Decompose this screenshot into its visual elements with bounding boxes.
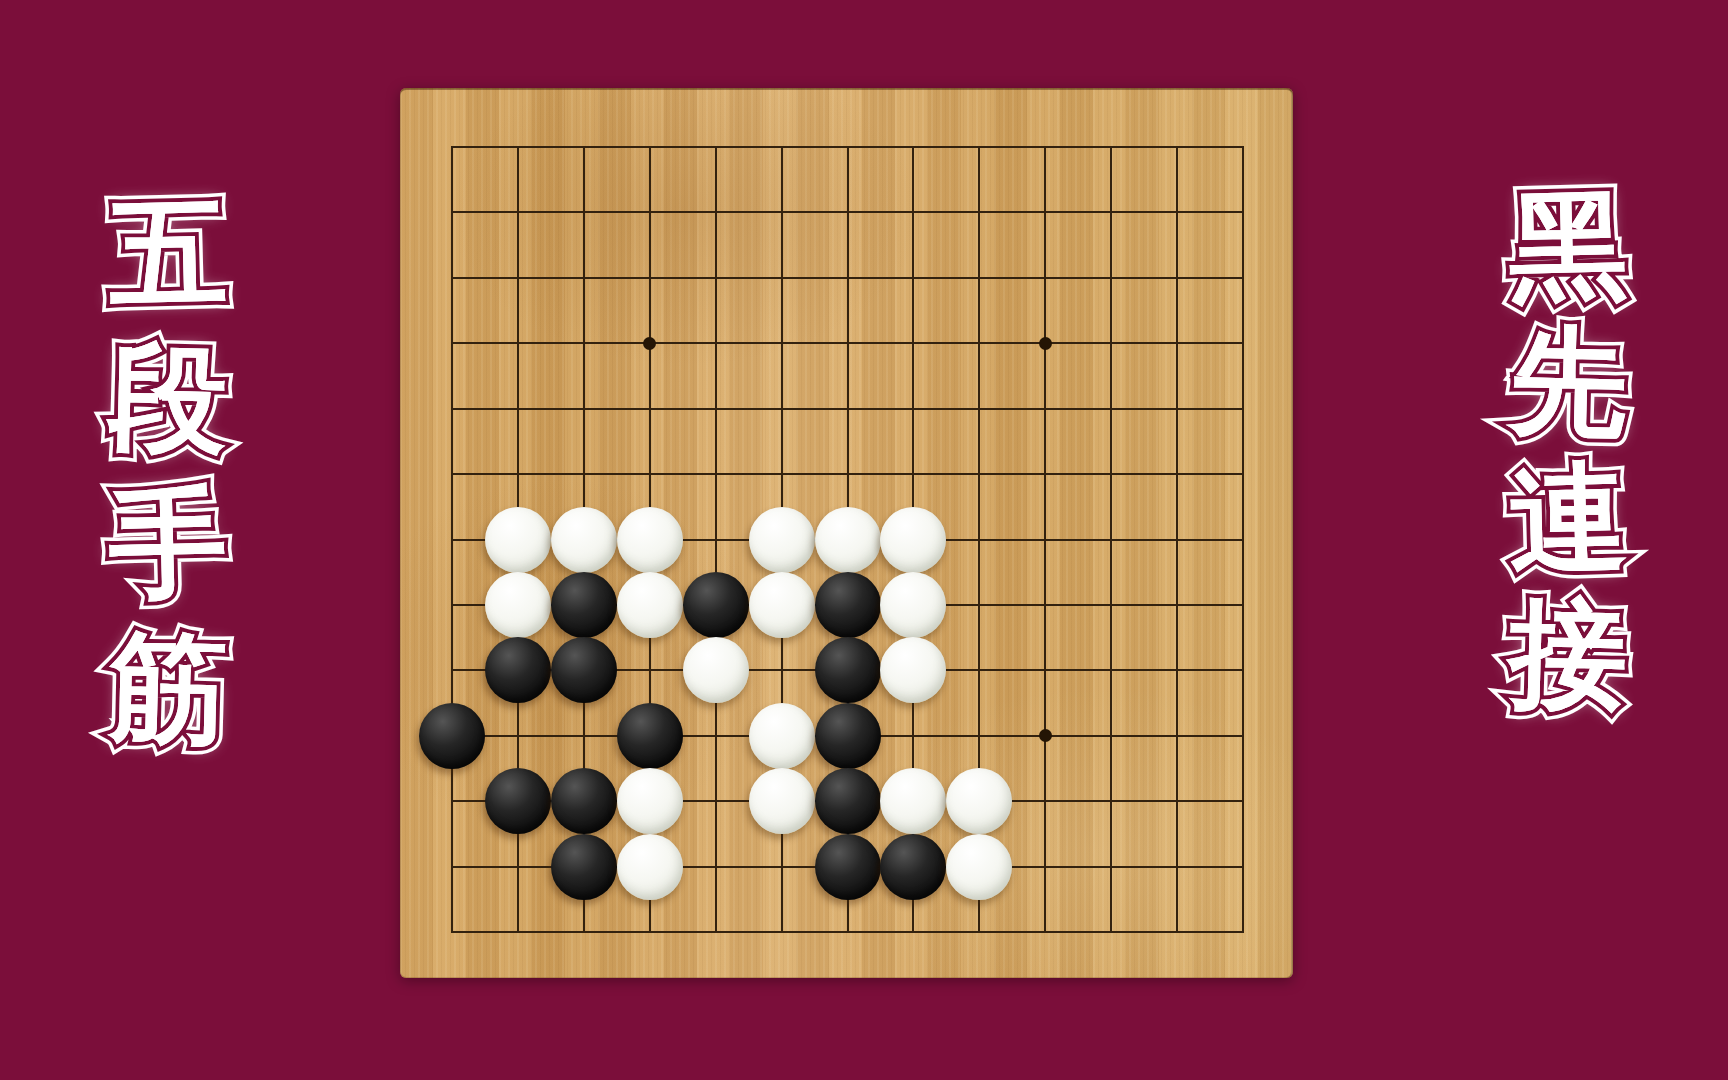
black-stone [551,768,617,834]
black-stone [419,703,485,769]
grid-line-vertical [1242,146,1244,933]
grid-line-vertical [1176,146,1178,933]
white-stone [815,507,881,573]
white-stone [946,768,1012,834]
grid-line-horizontal [451,931,1244,933]
white-stone [683,637,749,703]
white-stone [749,507,815,573]
white-stone [617,768,683,834]
black-stone [815,768,881,834]
title-character: 接接接 [1481,584,1655,724]
title-character-layer: 先 [1481,312,1655,452]
black-stone [551,637,617,703]
black-stone [815,572,881,638]
white-stone [880,507,946,573]
star-point [1039,729,1052,742]
white-stone [880,768,946,834]
white-stone [617,572,683,638]
black-stone [551,572,617,638]
left-title: 五五五段段段手手手筋筋筋 [83,180,253,760]
grid-line-vertical [1110,146,1112,933]
right-title: 黑黑黑先先先連連連接接接 [1483,178,1653,722]
black-stone [815,637,881,703]
grid-line-vertical [1044,146,1046,933]
title-character-layer: 筋 [81,613,255,762]
white-stone [749,703,815,769]
title-character: 筋筋筋 [81,613,255,762]
title-character: 段段段 [81,323,255,472]
title-character: 先先先 [1481,312,1655,452]
white-stone [749,572,815,638]
white-stone [946,834,1012,900]
title-character: 手手手 [81,468,255,617]
title-character-layer: 接 [1481,584,1655,724]
white-stone [749,768,815,834]
star-point [1039,337,1052,350]
white-stone [485,572,551,638]
black-stone [617,703,683,769]
title-character-layer: 手 [81,468,255,617]
title-character-layer: 五 [81,178,255,327]
title-character: 黑黑黑 [1481,176,1655,316]
go-problem-page: { "page": { "background_color": "#7b0e3a… [0,0,1728,1080]
title-character: 五五五 [81,178,255,327]
title-character-layer: 連 [1481,448,1655,588]
white-stone [880,572,946,638]
black-stone [683,572,749,638]
title-character-layer: 段 [81,323,255,472]
black-stone [880,834,946,900]
black-stone [485,768,551,834]
white-stone [617,507,683,573]
black-stone [551,834,617,900]
white-stone [880,637,946,703]
star-point [643,337,656,350]
title-character-layer: 黑 [1481,176,1655,316]
black-stone [815,703,881,769]
white-stone [551,507,617,573]
title-character: 連連連 [1481,448,1655,588]
black-stone [815,834,881,900]
white-stone [485,507,551,573]
board-grid [452,147,1243,932]
white-stone [617,834,683,900]
black-stone [485,637,551,703]
go-board [400,88,1293,978]
